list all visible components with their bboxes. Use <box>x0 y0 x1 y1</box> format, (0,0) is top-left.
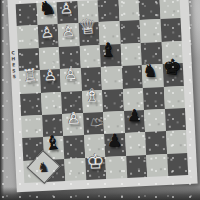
square-f2[interactable] <box>125 132 147 155</box>
square-e4[interactable] <box>102 89 124 112</box>
piece-black-bishop-b2[interactable]: ♝ <box>43 132 62 153</box>
square-e8[interactable] <box>98 0 120 22</box>
piece-white-pawn-c5[interactable]: ♙ <box>63 67 77 83</box>
square-e5[interactable] <box>101 66 123 89</box>
board-brand-text: CHESS <box>10 50 16 80</box>
square-f7[interactable] <box>119 20 141 43</box>
photo-background: CHESS ♞ ♞♙♙♙♕♝♖♙♙♞♚♗♙♘♟♝♟♔ <box>0 0 200 200</box>
piece-black-pawn-e2[interactable]: ♟ <box>107 132 122 149</box>
square-f6[interactable] <box>120 43 142 66</box>
square-h3[interactable] <box>164 108 186 131</box>
square-f8[interactable] <box>118 0 140 21</box>
square-f5[interactable] <box>121 65 143 88</box>
square-a4[interactable] <box>20 93 42 116</box>
piece-white-rook-a5[interactable]: ♖ <box>22 67 39 86</box>
square-g7[interactable] <box>140 19 162 42</box>
square-a7[interactable] <box>17 26 39 49</box>
piece-white-pawn-c3[interactable]: ♙ <box>66 110 81 127</box>
piece-black-knight-g5[interactable]: ♞ <box>143 63 159 80</box>
piece-white-bishop-d4[interactable]: ♗ <box>83 86 100 105</box>
square-g3[interactable] <box>144 109 166 132</box>
square-h7[interactable] <box>160 18 182 41</box>
knight-logo-icon: ♞ <box>37 160 50 175</box>
square-a3[interactable] <box>21 115 43 138</box>
piece-black-bishop-e6[interactable]: ♝ <box>100 40 117 59</box>
square-f1[interactable] <box>126 155 148 178</box>
square-e1[interactable] <box>105 156 127 179</box>
square-g4[interactable] <box>143 87 165 110</box>
square-g2[interactable] <box>145 131 167 154</box>
square-d6[interactable] <box>79 45 101 68</box>
chess-board: CHESS ♞ ♞♙♙♙♕♝♖♙♙♞♚♗♙♘♟♝♟♔ <box>7 0 197 192</box>
square-h4[interactable] <box>163 86 185 109</box>
square-b4[interactable] <box>40 92 62 115</box>
piece-black-pawn-f3[interactable]: ♟ <box>127 108 141 124</box>
square-c1[interactable] <box>64 158 86 181</box>
square-h1[interactable] <box>167 153 189 176</box>
piece-black-king-h5[interactable]: ♚ <box>162 57 182 79</box>
piece-white-pawn-c8[interactable]: ♙ <box>59 1 73 17</box>
square-a8[interactable] <box>16 3 38 26</box>
piece-white-pawn-c7[interactable]: ♙ <box>61 24 75 40</box>
square-h2[interactable] <box>166 130 188 153</box>
piece-white-king-d1[interactable]: ♔ <box>86 151 104 171</box>
piece-white-pawn-b7[interactable]: ♙ <box>39 24 54 40</box>
square-c2[interactable] <box>63 135 85 158</box>
piece-black-knight-b8[interactable]: ♞ <box>36 0 56 19</box>
square-g1[interactable] <box>146 154 168 177</box>
piece-white-pawn-b5[interactable]: ♙ <box>43 68 58 84</box>
square-h8[interactable] <box>159 0 181 19</box>
piece-white-queen-d7[interactable]: ♕ <box>78 15 98 37</box>
square-g8[interactable] <box>139 0 161 20</box>
